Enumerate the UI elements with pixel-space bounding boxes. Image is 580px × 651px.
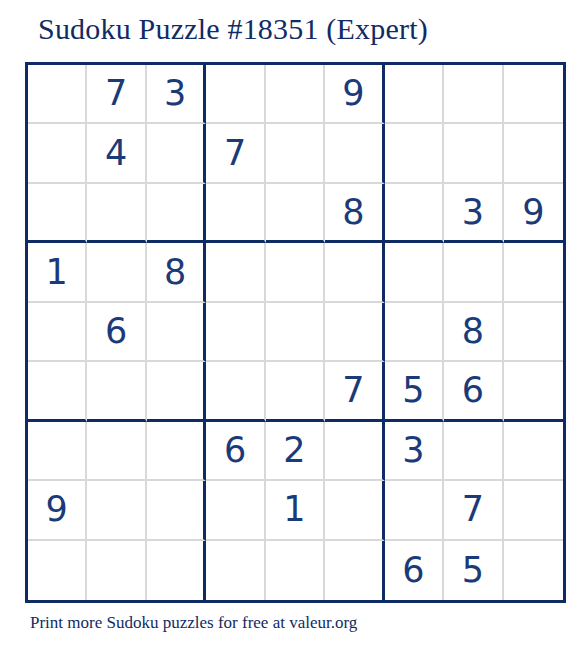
cell-r2c5 [266, 124, 325, 183]
cell-r1c3: 3 [147, 65, 206, 124]
cell-r7c4: 6 [206, 422, 265, 481]
cell-r2c7 [385, 124, 444, 183]
cell-r3c7 [385, 184, 444, 243]
cell-r6c3 [147, 362, 206, 421]
cell-r8c1: 9 [28, 481, 87, 540]
cell-r9c5 [266, 541, 325, 600]
cell-r6c2 [87, 362, 146, 421]
cell-r1c8 [444, 65, 503, 124]
cell-r1c9 [504, 65, 563, 124]
cell-r5c4 [206, 303, 265, 362]
cell-r4c5 [266, 243, 325, 302]
cell-r5c5 [266, 303, 325, 362]
cell-r4c7 [385, 243, 444, 302]
cell-r7c2 [87, 422, 146, 481]
cell-r5c9 [504, 303, 563, 362]
sudoku-print-page: Sudoku Puzzle #18351 (Expert) 7394783918… [0, 0, 580, 651]
cell-r3c5 [266, 184, 325, 243]
cell-r9c4 [206, 541, 265, 600]
cell-r3c6: 8 [325, 184, 384, 243]
cell-r7c8 [444, 422, 503, 481]
cell-r7c1 [28, 422, 87, 481]
cell-r9c7: 6 [385, 541, 444, 600]
cell-r1c4 [206, 65, 265, 124]
cell-r8c2 [87, 481, 146, 540]
cell-r1c5 [266, 65, 325, 124]
cell-r1c7 [385, 65, 444, 124]
cell-r2c1 [28, 124, 87, 183]
cell-r7c7: 3 [385, 422, 444, 481]
cell-r4c6 [325, 243, 384, 302]
cell-r5c6 [325, 303, 384, 362]
cell-r3c4 [206, 184, 265, 243]
cell-r4c4 [206, 243, 265, 302]
cell-r3c9: 9 [504, 184, 563, 243]
cell-r4c2 [87, 243, 146, 302]
cell-r1c2: 7 [87, 65, 146, 124]
cell-r6c9 [504, 362, 563, 421]
cell-r6c1 [28, 362, 87, 421]
cell-r3c1 [28, 184, 87, 243]
cell-r4c1: 1 [28, 243, 87, 302]
cell-r8c9 [504, 481, 563, 540]
cell-r2c2: 4 [87, 124, 146, 183]
cell-r1c1 [28, 65, 87, 124]
cell-r8c4 [206, 481, 265, 540]
cell-r2c9 [504, 124, 563, 183]
cell-r4c8 [444, 243, 503, 302]
cell-r6c4 [206, 362, 265, 421]
cell-r4c3: 8 [147, 243, 206, 302]
cell-r5c1 [28, 303, 87, 362]
cell-r2c6 [325, 124, 384, 183]
cell-r9c6 [325, 541, 384, 600]
cell-r7c6 [325, 422, 384, 481]
cell-r9c8: 5 [444, 541, 503, 600]
cell-r9c3 [147, 541, 206, 600]
cell-r8c7 [385, 481, 444, 540]
cell-r3c2 [87, 184, 146, 243]
cell-r2c4: 7 [206, 124, 265, 183]
cell-r7c9 [504, 422, 563, 481]
cell-r9c9 [504, 541, 563, 600]
cell-r1c6: 9 [325, 65, 384, 124]
cell-r5c3 [147, 303, 206, 362]
footer-text: Print more Sudoku puzzles for free at va… [30, 613, 357, 633]
cell-r3c8: 3 [444, 184, 503, 243]
cell-r6c8: 6 [444, 362, 503, 421]
cell-r6c5 [266, 362, 325, 421]
cell-r8c8: 7 [444, 481, 503, 540]
cell-r8c5: 1 [266, 481, 325, 540]
cell-r2c8 [444, 124, 503, 183]
cell-r5c2: 6 [87, 303, 146, 362]
cell-r2c3 [147, 124, 206, 183]
cell-r6c7: 5 [385, 362, 444, 421]
cell-r9c2 [87, 541, 146, 600]
cell-r7c3 [147, 422, 206, 481]
cell-r8c6 [325, 481, 384, 540]
cell-r5c8: 8 [444, 303, 503, 362]
cell-r8c3 [147, 481, 206, 540]
cell-r6c6: 7 [325, 362, 384, 421]
cell-r3c3 [147, 184, 206, 243]
sudoku-board: 73947839186875662391765 [25, 62, 566, 603]
page-title: Sudoku Puzzle #18351 (Expert) [38, 12, 428, 46]
cell-r5c7 [385, 303, 444, 362]
cell-r4c9 [504, 243, 563, 302]
cell-r9c1 [28, 541, 87, 600]
cell-r7c5: 2 [266, 422, 325, 481]
